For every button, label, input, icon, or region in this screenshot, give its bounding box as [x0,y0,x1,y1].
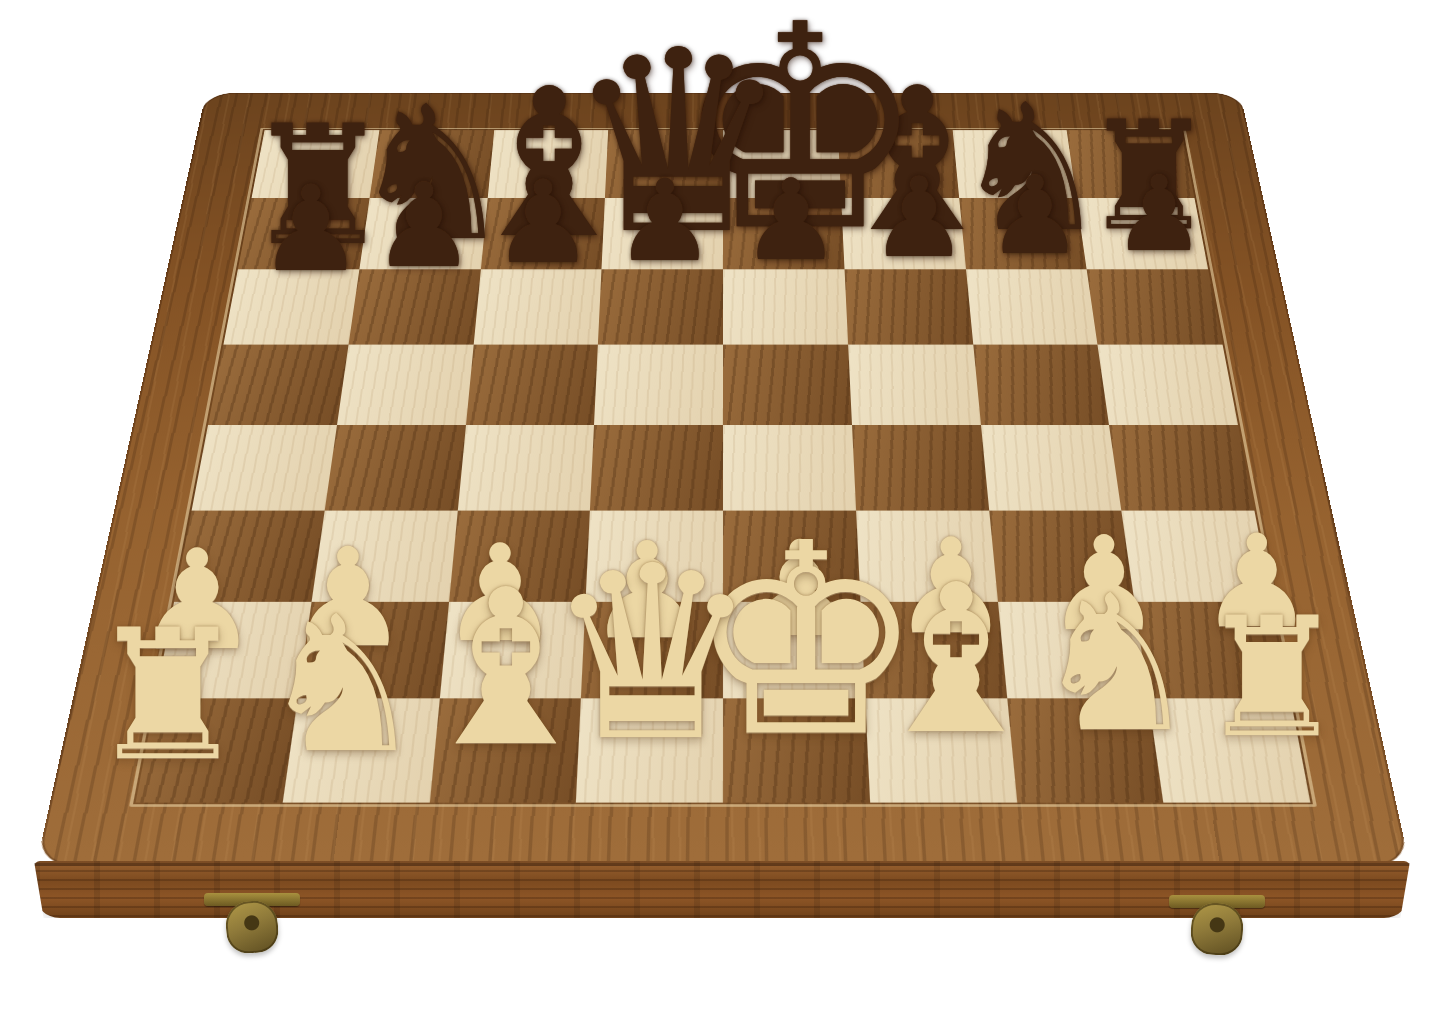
piece-white-bishop-c1[interactable]: ♝ [410,561,603,776]
piece-white-knight-g1[interactable]: ♞ [1032,570,1201,758]
piece-black-pawn-f7[interactable]: ♟ [870,163,969,273]
piece-white-rook-h1[interactable]: ♜ [1198,596,1346,761]
chess-product-photo: ♜♞♝♛♚♝♞♜♟♟♟♟♟♟♟♟♟♟♟♟♟♟♟♟♜♞♝♛♚♝♞♜ [0,0,1445,1010]
piece-black-pawn-a7[interactable]: ♟ [258,170,364,288]
brass-clasp-hook-icon [224,899,280,955]
brass-clasp-hook-icon [1190,902,1245,957]
pieces-layer: ♜♞♝♛♚♝♞♜♟♟♟♟♟♟♟♟♟♟♟♟♟♟♟♟♜♞♝♛♚♝♞♜ [0,0,1445,1010]
piece-black-pawn-h7[interactable]: ♟ [1112,162,1205,266]
piece-black-pawn-d7[interactable]: ♟ [614,165,715,278]
piece-white-rook-a1[interactable]: ♜ [87,606,248,786]
piece-black-pawn-g7[interactable]: ♟ [987,162,1084,270]
piece-black-pawn-b7[interactable]: ♟ [372,168,476,284]
piece-black-pawn-c7[interactable]: ♟ [492,166,594,280]
piece-white-knight-b1[interactable]: ♞ [258,591,427,779]
piece-black-pawn-e7[interactable]: ♟ [741,164,841,276]
